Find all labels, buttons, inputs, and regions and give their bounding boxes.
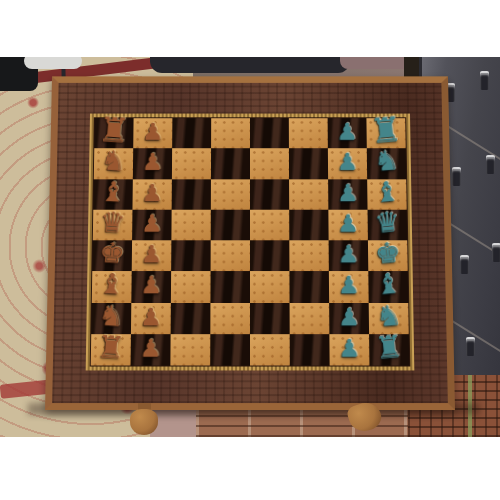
square-c7r7: ♟	[329, 303, 369, 334]
square-c4r4	[211, 209, 250, 240]
square-c4r8	[210, 334, 250, 366]
square-c3r6	[171, 271, 211, 302]
white-shoe-object	[24, 57, 82, 69]
square-c6r2	[289, 148, 328, 178]
square-c5r8	[250, 334, 290, 366]
square-c4r1	[211, 118, 250, 148]
square-c5r6	[250, 271, 290, 302]
square-c7r8: ♟	[329, 334, 369, 366]
teal-knight: ♞	[372, 147, 400, 176]
square-c6r4	[289, 209, 328, 240]
square-c3r7	[171, 303, 211, 334]
brown-rook: ♜	[96, 331, 126, 363]
brown-king: ♚	[98, 239, 126, 269]
square-c3r5	[171, 240, 211, 271]
chess-table: ♜♟♟♜♞♟♟♞♝♟♟♝♛♟♟♛♚♟♟♚♝♟♟♝♞♟♟♞♜♟♟♜	[45, 76, 455, 410]
square-c6r3	[289, 179, 328, 210]
teal-king: ♚	[374, 239, 402, 269]
square-c6r7	[290, 303, 330, 334]
square-c1r8: ♜	[91, 334, 131, 366]
square-c8r6: ♝	[368, 271, 408, 302]
brown-bishop: ♝	[99, 177, 127, 206]
brown-pawn: ♟	[142, 120, 164, 143]
brown-pawn: ♟	[139, 336, 162, 360]
square-c3r2	[172, 148, 211, 178]
photo-content: ♜♟♟♜♞♟♟♞♝♟♟♝♛♟♟♛♚♟♟♚♝♟♟♝♞♟♟♞♜♟♟♜	[0, 57, 500, 437]
auction-photo-chess-table: { "game": "chess", "scene": { "descripti…	[0, 0, 500, 500]
square-c5r5	[250, 240, 289, 271]
teal-pawn: ♟	[338, 273, 360, 297]
square-c2r6: ♟	[131, 271, 171, 302]
cabinet-drawer-handle	[486, 157, 495, 174]
teal-pawn: ♟	[336, 150, 358, 174]
teal-rook: ♜	[369, 113, 404, 149]
teal-queen: ♛	[373, 208, 401, 238]
square-c7r4: ♟	[328, 209, 368, 240]
square-c4r3	[211, 179, 250, 210]
letterbox-top	[0, 0, 500, 57]
brown-pawn: ♟	[141, 211, 163, 235]
square-c2r5: ♟	[132, 240, 172, 271]
cabinet-drawer-handle	[452, 169, 461, 186]
square-c6r8	[290, 334, 330, 366]
brown-bishop: ♝	[98, 270, 126, 300]
square-c1r6: ♝	[92, 271, 132, 302]
square-c4r7	[210, 303, 250, 334]
brown-queen: ♛	[99, 208, 127, 237]
square-c5r2	[250, 148, 289, 178]
cabinet-drawer-handle	[492, 245, 500, 262]
square-c7r5: ♟	[329, 240, 369, 271]
square-c4r6	[210, 271, 250, 302]
square-c3r4	[171, 209, 210, 240]
teal-bishop: ♝	[373, 177, 401, 207]
square-c5r1	[250, 118, 289, 148]
brown-knight: ♞	[100, 147, 128, 176]
teal-pawn: ♟	[338, 304, 360, 328]
cabinet-drawer-handle	[466, 339, 475, 356]
square-c5r3	[250, 179, 289, 210]
square-c6r5	[289, 240, 329, 271]
square-c7r3: ♟	[328, 179, 367, 210]
square-c8r3: ♝	[367, 179, 407, 210]
chess-board: ♜♟♟♜♞♟♟♞♝♟♟♝♛♟♟♛♚♟♟♚♝♟♟♝♞♟♟♞♜♟♟♜	[90, 117, 411, 366]
square-c7r1: ♟	[328, 118, 367, 148]
brown-pawn: ♟	[140, 242, 162, 266]
square-c8r8: ♜	[369, 334, 409, 366]
square-c7r2: ♟	[328, 148, 367, 178]
cabinet-drawer-handle	[460, 257, 469, 274]
teal-bishop: ♝	[374, 270, 402, 300]
square-c2r1: ♟	[133, 118, 172, 148]
brown-pawn: ♟	[141, 150, 163, 174]
table-leg-left	[130, 409, 158, 435]
brown-knight: ♞	[97, 301, 125, 331]
teal-pawn: ♟	[337, 180, 359, 204]
letterbox-bottom	[0, 437, 500, 500]
square-c2r4: ♟	[132, 209, 172, 240]
square-c4r5	[211, 240, 250, 271]
square-c2r2: ♟	[133, 148, 172, 178]
teal-knight: ♞	[374, 301, 403, 331]
square-c3r3	[172, 179, 211, 210]
teal-pawn: ♟	[336, 120, 358, 143]
square-c1r3: ♝	[93, 179, 133, 210]
square-c2r8: ♟	[131, 334, 171, 366]
teal-pawn: ♟	[337, 242, 359, 266]
cabinet-drawer-handle	[480, 73, 489, 90]
square-c3r8	[170, 334, 210, 366]
square-c2r3: ♟	[132, 179, 171, 210]
dark-background-objects	[150, 57, 350, 73]
square-c5r7	[250, 303, 290, 334]
square-c7r6: ♟	[329, 271, 369, 302]
square-c6r1	[289, 118, 328, 148]
brown-pawn: ♟	[141, 180, 163, 204]
square-c8r2: ♞	[367, 148, 406, 178]
square-c4r2	[211, 148, 250, 178]
square-c2r7: ♟	[131, 303, 171, 334]
teal-pawn: ♟	[337, 211, 359, 235]
brown-pawn: ♟	[140, 273, 162, 297]
teal-rook: ♜	[374, 331, 405, 364]
square-c6r6	[289, 271, 329, 302]
square-c5r4	[250, 209, 289, 240]
brown-pawn: ♟	[140, 304, 162, 328]
square-c3r1	[172, 118, 211, 148]
teal-pawn: ♟	[338, 336, 361, 360]
square-c1r2: ♞	[94, 148, 133, 178]
